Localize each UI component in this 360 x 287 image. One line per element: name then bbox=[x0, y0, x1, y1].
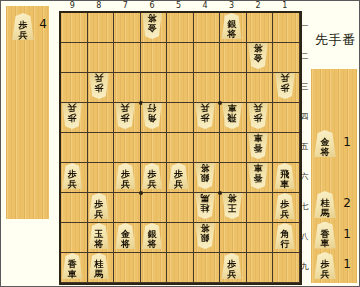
rank-label-7: 七 bbox=[298, 202, 311, 211]
piece-kanji: 香 bbox=[254, 143, 263, 153]
square-33[interactable] bbox=[220, 73, 247, 103]
piece-kanji: 歩 bbox=[280, 83, 289, 93]
square-23[interactable] bbox=[247, 73, 274, 103]
turn-indicator: 先手番 bbox=[315, 32, 356, 47]
piece-kanji: 歩 bbox=[254, 113, 263, 123]
piece-kanji: 兵 bbox=[147, 180, 156, 190]
square-59[interactable] bbox=[167, 253, 194, 283]
piece-kanji: 兵 bbox=[94, 210, 103, 220]
rank-label-9: 九 bbox=[298, 262, 311, 271]
piece-kanji: 馬 bbox=[321, 209, 330, 219]
hoshi-dot bbox=[139, 191, 143, 195]
square-15[interactable] bbox=[273, 133, 300, 163]
file-label-1: 1 bbox=[278, 1, 292, 10]
piece-kanji: 行 bbox=[280, 240, 289, 250]
piece-kanji: 将 bbox=[201, 223, 210, 233]
square-52[interactable] bbox=[167, 43, 194, 73]
piece-kanji: 将 bbox=[227, 193, 236, 203]
piece-kanji: 兵 bbox=[68, 180, 77, 190]
square-92[interactable] bbox=[61, 43, 88, 73]
piece-kanji: 車 bbox=[321, 239, 330, 249]
square-71[interactable] bbox=[114, 13, 141, 43]
square-86[interactable] bbox=[88, 163, 115, 193]
piece-kanji: 将 bbox=[227, 30, 236, 40]
square-98[interactable] bbox=[61, 223, 88, 253]
file-label-3: 3 bbox=[225, 1, 239, 10]
piece-kanji: 兵 bbox=[227, 270, 236, 280]
piece-kanji: 歩 bbox=[121, 113, 130, 123]
piece-kanji: 将 bbox=[254, 43, 263, 53]
piece-kanji: 兵 bbox=[280, 210, 289, 220]
square-93[interactable] bbox=[61, 73, 88, 103]
rank-label-2: 二 bbox=[298, 52, 311, 61]
square-51[interactable] bbox=[167, 13, 194, 43]
rank-label-4: 四 bbox=[298, 112, 311, 121]
piece-kanji: 馬 bbox=[94, 270, 103, 280]
piece-kanji: 車 bbox=[254, 133, 263, 143]
square-53[interactable] bbox=[167, 73, 194, 103]
file-label-7: 7 bbox=[118, 1, 132, 10]
piece-kanji: 歩 bbox=[201, 113, 210, 123]
piece-kanji: 桂 bbox=[201, 203, 210, 213]
square-12[interactable] bbox=[273, 43, 300, 73]
square-42[interactable] bbox=[194, 43, 221, 73]
square-54[interactable] bbox=[167, 103, 194, 133]
square-79[interactable] bbox=[114, 253, 141, 283]
piece-kanji: 行 bbox=[147, 103, 156, 113]
square-97[interactable] bbox=[61, 193, 88, 223]
piece-kanji: 飛 bbox=[227, 113, 236, 123]
sente-captured-tray bbox=[311, 69, 357, 283]
piece-kanji: 車 bbox=[227, 103, 236, 113]
square-84[interactable] bbox=[88, 103, 115, 133]
piece-kanji: 兵 bbox=[68, 103, 77, 113]
square-11[interactable] bbox=[273, 13, 300, 43]
piece-kanji: 兵 bbox=[121, 180, 130, 190]
hoshi-dot bbox=[139, 101, 143, 105]
square-75[interactable] bbox=[114, 133, 141, 163]
rank-label-3: 三 bbox=[298, 82, 311, 91]
square-32[interactable] bbox=[220, 43, 247, 73]
piece-kanji: 香 bbox=[254, 173, 263, 183]
piece-kanji: 兵 bbox=[280, 73, 289, 83]
piece-kanji: 車 bbox=[68, 270, 77, 280]
square-85[interactable] bbox=[88, 133, 115, 163]
piece-kanji: 将 bbox=[147, 240, 156, 250]
piece-kanji: 歩 bbox=[94, 83, 103, 93]
piece-kanji: 銀 bbox=[201, 233, 210, 243]
captured-count-sente-gold: 1 bbox=[340, 136, 354, 149]
piece-kanji: 馬 bbox=[201, 193, 210, 203]
shogi-diagram: 987654321一二三四五六七八九 先手番 金将銀将金将歩兵歩兵歩兵歩兵角行歩… bbox=[0, 0, 360, 287]
square-38[interactable] bbox=[220, 223, 247, 253]
square-77[interactable] bbox=[114, 193, 141, 223]
piece-kanji: 兵 bbox=[94, 73, 103, 83]
piece-kanji: 兵 bbox=[121, 103, 130, 113]
square-21[interactable] bbox=[247, 13, 274, 43]
square-63[interactable] bbox=[141, 73, 168, 103]
piece-kanji: 車 bbox=[254, 163, 263, 173]
square-72[interactable] bbox=[114, 43, 141, 73]
piece-kanji: 兵 bbox=[19, 31, 28, 41]
file-label-8: 8 bbox=[92, 1, 106, 10]
piece-kanji: 兵 bbox=[321, 270, 330, 280]
square-19[interactable] bbox=[273, 253, 300, 283]
square-28[interactable] bbox=[247, 223, 274, 253]
captured-count-sente-knight: 2 bbox=[340, 197, 354, 210]
rank-label-8: 八 bbox=[298, 232, 311, 241]
rank-label-5: 五 bbox=[298, 142, 311, 151]
piece-kanji: 将 bbox=[94, 240, 103, 250]
square-41[interactable] bbox=[194, 13, 221, 43]
square-27[interactable] bbox=[247, 193, 274, 223]
square-81[interactable] bbox=[88, 13, 115, 43]
piece-kanji: 銀 bbox=[201, 173, 210, 183]
piece-kanji: 歩 bbox=[68, 113, 77, 123]
file-label-2: 2 bbox=[251, 1, 265, 10]
square-95[interactable] bbox=[61, 133, 88, 163]
square-43[interactable] bbox=[194, 73, 221, 103]
square-14[interactable] bbox=[273, 103, 300, 133]
piece-kanji: 車 bbox=[280, 180, 289, 190]
square-65[interactable] bbox=[141, 133, 168, 163]
piece-kanji: 将 bbox=[321, 148, 330, 158]
piece-kanji: 将 bbox=[121, 240, 130, 250]
file-label-6: 6 bbox=[145, 1, 159, 10]
piece-kanji: 兵 bbox=[254, 103, 263, 113]
piece-kanji: 将 bbox=[147, 13, 156, 23]
square-35[interactable] bbox=[220, 133, 247, 163]
square-73[interactable] bbox=[114, 73, 141, 103]
file-label-9: 9 bbox=[65, 1, 79, 10]
square-45[interactable] bbox=[194, 133, 221, 163]
square-49[interactable] bbox=[194, 253, 221, 283]
piece-kanji: 金 bbox=[254, 53, 263, 63]
square-82[interactable] bbox=[88, 43, 115, 73]
piece-kanji: 角 bbox=[147, 113, 156, 123]
file-label-4: 4 bbox=[198, 1, 212, 10]
rank-label-6: 六 bbox=[298, 172, 311, 181]
rank-label-1: 一 bbox=[298, 22, 311, 31]
captured-count-sente-pawn: 1 bbox=[340, 258, 354, 271]
square-36[interactable] bbox=[220, 163, 247, 193]
square-62[interactable] bbox=[141, 43, 168, 73]
piece-kanji: 兵 bbox=[174, 180, 183, 190]
piece-kanji: 将 bbox=[201, 163, 210, 173]
square-67[interactable] bbox=[141, 193, 168, 223]
square-57[interactable] bbox=[167, 193, 194, 223]
piece-kanji: 王 bbox=[227, 203, 236, 213]
captured-count-gote-pawn: 4 bbox=[36, 18, 50, 31]
piece-kanji: 金 bbox=[147, 23, 156, 33]
file-label-5: 5 bbox=[172, 1, 186, 10]
square-58[interactable] bbox=[167, 223, 194, 253]
captured-count-sente-lance: 1 bbox=[340, 228, 354, 241]
square-55[interactable] bbox=[167, 133, 194, 163]
square-29[interactable] bbox=[247, 253, 274, 283]
piece-kanji: 兵 bbox=[201, 103, 210, 113]
square-91[interactable] bbox=[61, 13, 88, 43]
square-69[interactable] bbox=[141, 253, 168, 283]
